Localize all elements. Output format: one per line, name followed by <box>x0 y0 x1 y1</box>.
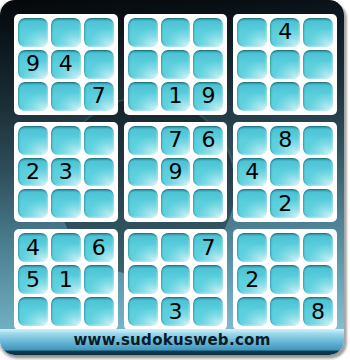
cell-r8c4[interactable] <box>128 265 158 294</box>
cell-r1c5[interactable] <box>161 18 191 47</box>
box-4: 23 <box>14 122 118 223</box>
cell-r8c3[interactable] <box>84 265 114 294</box>
cell-r9c2[interactable] <box>51 297 81 326</box>
cell-r6c2[interactable] <box>51 189 81 218</box>
cell-r2c3[interactable] <box>84 50 114 79</box>
cell-r5c3[interactable] <box>84 158 114 187</box>
cell-r8c9[interactable] <box>303 265 333 294</box>
cell-r8c5[interactable] <box>161 265 191 294</box>
cell-r1c4[interactable] <box>128 18 158 47</box>
cell-r4c2[interactable] <box>51 126 81 155</box>
cell-r3c1[interactable] <box>18 82 48 111</box>
cell-r4c6[interactable]: 6 <box>193 126 223 155</box>
box-9: 28 <box>233 229 337 330</box>
cell-r7c9[interactable] <box>303 233 333 262</box>
cell-r1c7[interactable] <box>237 18 267 47</box>
cell-r5c7[interactable]: 4 <box>237 158 267 187</box>
cell-r1c1[interactable] <box>18 18 48 47</box>
cell-r3c5[interactable]: 1 <box>161 82 191 111</box>
cell-r1c8[interactable]: 4 <box>270 18 300 47</box>
cell-r9c4[interactable] <box>128 297 158 326</box>
cell-r6c6[interactable] <box>193 189 223 218</box>
cell-r6c8[interactable]: 2 <box>270 189 300 218</box>
box-7: 4651 <box>14 229 118 330</box>
cell-r6c1[interactable] <box>18 189 48 218</box>
cell-r7c8[interactable] <box>270 233 300 262</box>
cell-r1c2[interactable] <box>51 18 81 47</box>
cell-r7c2[interactable] <box>51 233 81 262</box>
cell-r9c9[interactable]: 8 <box>303 297 333 326</box>
footer-bar: www.sudokusweb.com <box>0 329 344 355</box>
cell-r2c5[interactable] <box>161 50 191 79</box>
cell-r7c7[interactable] <box>237 233 267 262</box>
box-6: 842 <box>233 122 337 223</box>
cell-r3c8[interactable] <box>270 82 300 111</box>
cell-r2c1[interactable]: 9 <box>18 50 48 79</box>
cell-r7c1[interactable]: 4 <box>18 233 48 262</box>
sudoku-board: 9471942376984246517328 <box>14 14 337 330</box>
cell-r7c4[interactable] <box>128 233 158 262</box>
cell-r1c6[interactable] <box>193 18 223 47</box>
cell-r2c7[interactable] <box>237 50 267 79</box>
cell-r4c9[interactable] <box>303 126 333 155</box>
cell-r4c5[interactable]: 7 <box>161 126 191 155</box>
website-url[interactable]: www.sudokusweb.com <box>73 331 270 349</box>
cell-r9c3[interactable] <box>84 297 114 326</box>
cell-r8c8[interactable] <box>270 265 300 294</box>
cell-r5c4[interactable] <box>128 158 158 187</box>
cell-r4c1[interactable] <box>18 126 48 155</box>
cell-r3c2[interactable] <box>51 82 81 111</box>
box-1: 947 <box>14 14 118 115</box>
box-2: 19 <box>124 14 228 115</box>
page-background: 9471942376984246517328 www.sudokusweb.co… <box>0 0 350 360</box>
cell-r5c6[interactable] <box>193 158 223 187</box>
cell-r6c5[interactable] <box>161 189 191 218</box>
cell-r5c9[interactable] <box>303 158 333 187</box>
box-5: 769 <box>124 122 228 223</box>
box-8: 73 <box>124 229 228 330</box>
cell-r6c9[interactable] <box>303 189 333 218</box>
cell-r7c6[interactable]: 7 <box>193 233 223 262</box>
cell-r3c7[interactable] <box>237 82 267 111</box>
cell-r5c5[interactable]: 9 <box>161 158 191 187</box>
cell-r8c1[interactable]: 5 <box>18 265 48 294</box>
cell-r3c3[interactable]: 7 <box>84 82 114 111</box>
cell-r2c4[interactable] <box>128 50 158 79</box>
cell-r8c7[interactable]: 2 <box>237 265 267 294</box>
cell-r3c6[interactable]: 9 <box>193 82 223 111</box>
cell-r2c9[interactable] <box>303 50 333 79</box>
cell-r2c6[interactable] <box>193 50 223 79</box>
cell-r4c8[interactable]: 8 <box>270 126 300 155</box>
cell-r3c9[interactable] <box>303 82 333 111</box>
cell-r7c3[interactable]: 6 <box>84 233 114 262</box>
cell-r9c6[interactable] <box>193 297 223 326</box>
cell-r9c1[interactable] <box>18 297 48 326</box>
cell-r6c7[interactable] <box>237 189 267 218</box>
box-3: 4 <box>233 14 337 115</box>
cell-r2c2[interactable]: 4 <box>51 50 81 79</box>
sudoku-board-frame: 9471942376984246517328 www.sudokusweb.co… <box>0 0 344 355</box>
cell-r1c9[interactable] <box>303 18 333 47</box>
cell-r7c5[interactable] <box>161 233 191 262</box>
cell-r4c3[interactable] <box>84 126 114 155</box>
cell-r5c8[interactable] <box>270 158 300 187</box>
cell-r5c1[interactable]: 2 <box>18 158 48 187</box>
cell-r1c3[interactable] <box>84 18 114 47</box>
cell-r9c7[interactable] <box>237 297 267 326</box>
cell-r8c2[interactable]: 1 <box>51 265 81 294</box>
cell-r4c4[interactable] <box>128 126 158 155</box>
cell-r8c6[interactable] <box>193 265 223 294</box>
cell-r4c7[interactable] <box>237 126 267 155</box>
cell-r9c5[interactable]: 3 <box>161 297 191 326</box>
cell-r5c2[interactable]: 3 <box>51 158 81 187</box>
cell-r6c3[interactable] <box>84 189 114 218</box>
cell-r2c8[interactable] <box>270 50 300 79</box>
cell-r9c8[interactable] <box>270 297 300 326</box>
cell-r3c4[interactable] <box>128 82 158 111</box>
cell-r6c4[interactable] <box>128 189 158 218</box>
